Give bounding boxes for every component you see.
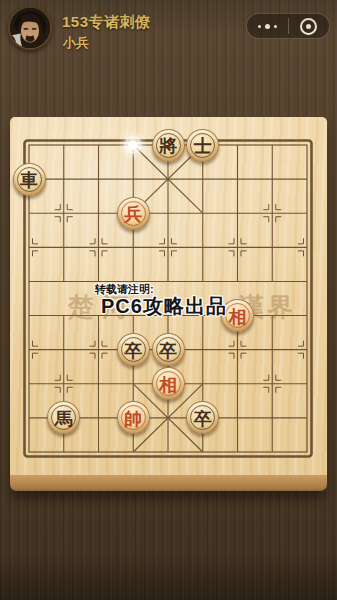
piece-red-general[interactable]: 帥 [117, 401, 150, 434]
more-dots-icon [256, 17, 279, 35]
level-title: 153专诸刺僚 [62, 13, 151, 32]
xiangqi-board: 楚河漢界 將士車兵相卒卒相馬帥卒 [10, 117, 327, 491]
svg-text:楚河: 楚河 [67, 293, 136, 322]
piece-black-soldier-1[interactable]: 卒 [117, 333, 150, 366]
board-surface[interactable]: 楚河漢界 將士車兵相卒卒相馬帥卒 [10, 117, 327, 475]
player-avatar [8, 6, 52, 50]
footer-toolbar: 14 UCBUG 2 游戏网 .com [0, 536, 337, 600]
piece-red-elephant-1[interactable]: 相 [221, 299, 254, 332]
level-difficulty: 小兵 [63, 34, 89, 52]
piece-black-general[interactable]: 將 [152, 129, 185, 162]
header-bar: 153专诸刺僚 小兵 [0, 0, 337, 60]
app-screen: 153专诸刺僚 小兵 楚河漢界 將士車兵相卒卒相馬帥卒 转载请注明: PC6攻略… [0, 0, 337, 600]
piece-red-elephant-2[interactable]: 相 [152, 367, 185, 400]
exit-circle-icon [300, 18, 317, 35]
mini-program-capsule [246, 13, 330, 39]
piece-black-advisor[interactable]: 士 [186, 129, 219, 162]
exit-button[interactable] [289, 14, 330, 38]
board-bevel-edge [10, 475, 327, 491]
avatar-portrait [10, 8, 50, 48]
piece-red-soldier[interactable]: 兵 [117, 197, 150, 230]
more-button[interactable] [247, 14, 288, 38]
piece-black-chariot[interactable]: 車 [13, 163, 46, 196]
piece-black-soldier-2[interactable]: 卒 [152, 333, 185, 366]
